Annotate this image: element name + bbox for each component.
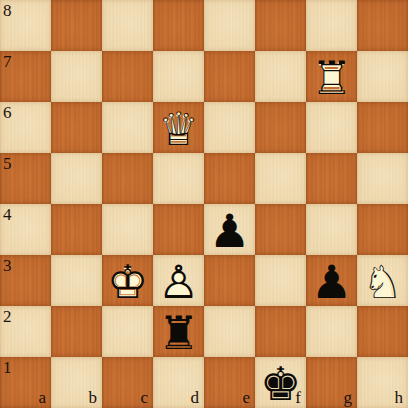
white-knight-outline-glyph: ♘ bbox=[357, 256, 408, 307]
square-b5[interactable] bbox=[51, 153, 102, 204]
file-label-a: a bbox=[38, 389, 46, 406]
square-c1[interactable]: c bbox=[102, 357, 153, 408]
piece-white-king-c3[interactable]: ♚♔ bbox=[102, 255, 153, 306]
square-b7[interactable] bbox=[51, 51, 102, 102]
square-e1[interactable]: e bbox=[204, 357, 255, 408]
rank-label-6: 6 bbox=[3, 104, 12, 121]
square-a3[interactable]: 3 bbox=[0, 255, 51, 306]
square-g6[interactable] bbox=[306, 102, 357, 153]
square-h4[interactable] bbox=[357, 204, 408, 255]
square-g1[interactable]: g bbox=[306, 357, 357, 408]
square-d8[interactable] bbox=[153, 0, 204, 51]
square-c5[interactable] bbox=[102, 153, 153, 204]
square-c4[interactable] bbox=[102, 204, 153, 255]
square-b6[interactable] bbox=[51, 102, 102, 153]
square-e4[interactable]: ♟ bbox=[204, 204, 255, 255]
square-f2[interactable] bbox=[255, 306, 306, 357]
square-e7[interactable] bbox=[204, 51, 255, 102]
rank-label-2: 2 bbox=[3, 308, 12, 325]
square-d1[interactable]: d bbox=[153, 357, 204, 408]
white-queen-outline-glyph: ♕ bbox=[153, 103, 204, 154]
piece-white-queen-d6[interactable]: ♛♕ bbox=[153, 102, 204, 153]
chess-board: 87♜♖6♛♕54♟3♚♔♟♙♟♞♘2♜1abcdef♚gh bbox=[0, 0, 408, 408]
square-f7[interactable] bbox=[255, 51, 306, 102]
piece-black-pawn-g3[interactable]: ♟ bbox=[306, 255, 357, 306]
square-h3[interactable]: ♞♘ bbox=[357, 255, 408, 306]
file-label-b: b bbox=[89, 389, 98, 406]
square-h6[interactable] bbox=[357, 102, 408, 153]
piece-white-knight-h3[interactable]: ♞♘ bbox=[357, 255, 408, 306]
square-b4[interactable] bbox=[51, 204, 102, 255]
square-f8[interactable] bbox=[255, 0, 306, 51]
square-b8[interactable] bbox=[51, 0, 102, 51]
square-e3[interactable] bbox=[204, 255, 255, 306]
square-b2[interactable] bbox=[51, 306, 102, 357]
square-c7[interactable] bbox=[102, 51, 153, 102]
square-d4[interactable] bbox=[153, 204, 204, 255]
black-pawn-glyph: ♟ bbox=[204, 205, 255, 256]
piece-white-pawn-d3[interactable]: ♟♙ bbox=[153, 255, 204, 306]
file-label-e: e bbox=[242, 389, 250, 406]
square-a8[interactable]: 8 bbox=[0, 0, 51, 51]
square-a1[interactable]: 1a bbox=[0, 357, 51, 408]
square-f3[interactable] bbox=[255, 255, 306, 306]
square-c6[interactable] bbox=[102, 102, 153, 153]
square-b3[interactable] bbox=[51, 255, 102, 306]
square-h1[interactable]: h bbox=[357, 357, 408, 408]
square-h7[interactable] bbox=[357, 51, 408, 102]
square-e8[interactable] bbox=[204, 0, 255, 51]
file-label-d: d bbox=[191, 389, 200, 406]
square-d3[interactable]: ♟♙ bbox=[153, 255, 204, 306]
square-e2[interactable] bbox=[204, 306, 255, 357]
square-f6[interactable] bbox=[255, 102, 306, 153]
piece-white-rook-g7[interactable]: ♜♖ bbox=[306, 51, 357, 102]
square-h8[interactable] bbox=[357, 0, 408, 51]
rank-label-7: 7 bbox=[3, 53, 12, 70]
square-h5[interactable] bbox=[357, 153, 408, 204]
square-g3[interactable]: ♟ bbox=[306, 255, 357, 306]
piece-black-king-f1[interactable]: ♚ bbox=[255, 357, 306, 408]
square-e5[interactable] bbox=[204, 153, 255, 204]
square-g7[interactable]: ♜♖ bbox=[306, 51, 357, 102]
square-d5[interactable] bbox=[153, 153, 204, 204]
black-pawn-glyph: ♟ bbox=[306, 256, 357, 307]
white-king-outline-glyph: ♔ bbox=[102, 256, 153, 307]
square-a6[interactable]: 6 bbox=[0, 102, 51, 153]
square-c3[interactable]: ♚♔ bbox=[102, 255, 153, 306]
piece-black-rook-d2[interactable]: ♜ bbox=[153, 306, 204, 357]
square-e6[interactable] bbox=[204, 102, 255, 153]
square-g2[interactable] bbox=[306, 306, 357, 357]
square-d2[interactable]: ♜ bbox=[153, 306, 204, 357]
black-king-glyph: ♚ bbox=[255, 358, 306, 408]
square-a4[interactable]: 4 bbox=[0, 204, 51, 255]
square-a5[interactable]: 5 bbox=[0, 153, 51, 204]
square-c8[interactable] bbox=[102, 0, 153, 51]
square-a2[interactable]: 2 bbox=[0, 306, 51, 357]
square-f4[interactable] bbox=[255, 204, 306, 255]
white-pawn-outline-glyph: ♙ bbox=[153, 256, 204, 307]
black-rook-glyph: ♜ bbox=[153, 307, 204, 358]
file-label-c: c bbox=[140, 389, 148, 406]
piece-black-pawn-e4[interactable]: ♟ bbox=[204, 204, 255, 255]
square-g4[interactable] bbox=[306, 204, 357, 255]
square-g5[interactable] bbox=[306, 153, 357, 204]
square-d7[interactable] bbox=[153, 51, 204, 102]
square-c2[interactable] bbox=[102, 306, 153, 357]
rank-label-4: 4 bbox=[3, 206, 12, 223]
rank-label-5: 5 bbox=[3, 155, 12, 172]
white-rook-outline-glyph: ♖ bbox=[306, 52, 357, 103]
rank-label-1: 1 bbox=[3, 359, 12, 376]
square-h2[interactable] bbox=[357, 306, 408, 357]
rank-label-3: 3 bbox=[3, 257, 12, 274]
file-label-h: h bbox=[395, 389, 404, 406]
square-b1[interactable]: b bbox=[51, 357, 102, 408]
square-g8[interactable] bbox=[306, 0, 357, 51]
square-a7[interactable]: 7 bbox=[0, 51, 51, 102]
square-f1[interactable]: f♚ bbox=[255, 357, 306, 408]
rank-label-8: 8 bbox=[3, 2, 12, 19]
file-label-g: g bbox=[344, 389, 353, 406]
square-f5[interactable] bbox=[255, 153, 306, 204]
square-d6[interactable]: ♛♕ bbox=[153, 102, 204, 153]
